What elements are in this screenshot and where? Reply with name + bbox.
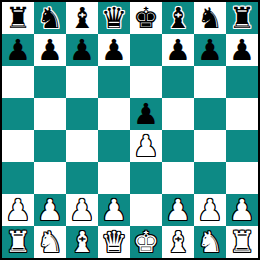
square-g3[interactable] xyxy=(194,162,226,194)
square-b1[interactable]: ♞ xyxy=(34,226,66,258)
square-f1[interactable]: ♝ xyxy=(162,226,194,258)
square-c7[interactable]: ♟ xyxy=(66,34,98,66)
square-d4[interactable] xyxy=(98,130,130,162)
square-h7[interactable]: ♟ xyxy=(226,34,258,66)
square-g2[interactable]: ♟ xyxy=(194,194,226,226)
square-b6[interactable] xyxy=(34,66,66,98)
square-c4[interactable] xyxy=(66,130,98,162)
square-b7[interactable]: ♟ xyxy=(34,34,66,66)
square-c2[interactable]: ♟ xyxy=(66,194,98,226)
square-b4[interactable] xyxy=(34,130,66,162)
square-h2[interactable]: ♟ xyxy=(226,194,258,226)
square-d7[interactable]: ♟ xyxy=(98,34,130,66)
square-g1[interactable]: ♞ xyxy=(194,226,226,258)
square-d2[interactable]: ♟ xyxy=(98,194,130,226)
black-knight: ♞ xyxy=(37,2,63,34)
black-pawn: ♟ xyxy=(197,34,223,66)
square-e7[interactable] xyxy=(130,34,162,66)
black-pawn: ♟ xyxy=(229,34,255,66)
white-rook: ♜ xyxy=(229,226,255,258)
square-g7[interactable]: ♟ xyxy=(194,34,226,66)
square-h1[interactable]: ♜ xyxy=(226,226,258,258)
white-knight: ♞ xyxy=(197,226,223,258)
square-h3[interactable] xyxy=(226,162,258,194)
white-pawn: ♟ xyxy=(101,194,127,226)
square-c1[interactable]: ♝ xyxy=(66,226,98,258)
square-f4[interactable] xyxy=(162,130,194,162)
black-knight: ♞ xyxy=(197,2,223,34)
square-h8[interactable]: ♜ xyxy=(226,2,258,34)
black-pawn: ♟ xyxy=(101,34,127,66)
square-a5[interactable] xyxy=(2,98,34,130)
square-f6[interactable] xyxy=(162,66,194,98)
square-e8[interactable]: ♚ xyxy=(130,2,162,34)
square-f5[interactable] xyxy=(162,98,194,130)
square-c6[interactable] xyxy=(66,66,98,98)
square-b2[interactable]: ♟ xyxy=(34,194,66,226)
black-pawn: ♟ xyxy=(37,34,63,66)
white-pawn: ♟ xyxy=(165,194,191,226)
square-b5[interactable] xyxy=(34,98,66,130)
black-bishop: ♝ xyxy=(165,2,191,34)
square-e4[interactable]: ♟ xyxy=(130,130,162,162)
white-bishop: ♝ xyxy=(165,226,191,258)
square-e2[interactable] xyxy=(130,194,162,226)
square-d5[interactable] xyxy=(98,98,130,130)
square-e5[interactable]: ♟ xyxy=(130,98,162,130)
square-g4[interactable] xyxy=(194,130,226,162)
white-pawn: ♟ xyxy=(197,194,223,226)
square-f3[interactable] xyxy=(162,162,194,194)
white-rook: ♜ xyxy=(5,226,31,258)
square-d8[interactable]: ♛ xyxy=(98,2,130,34)
square-a8[interactable]: ♜ xyxy=(2,2,34,34)
square-f8[interactable]: ♝ xyxy=(162,2,194,34)
white-queen: ♛ xyxy=(101,226,127,258)
square-e3[interactable] xyxy=(130,162,162,194)
black-pawn: ♟ xyxy=(69,34,95,66)
square-f2[interactable]: ♟ xyxy=(162,194,194,226)
black-bishop: ♝ xyxy=(69,2,95,34)
square-g5[interactable] xyxy=(194,98,226,130)
square-d1[interactable]: ♛ xyxy=(98,226,130,258)
black-king: ♚ xyxy=(133,2,159,34)
square-e1[interactable]: ♚ xyxy=(130,226,162,258)
square-a1[interactable]: ♜ xyxy=(2,226,34,258)
square-a6[interactable] xyxy=(2,66,34,98)
black-rook: ♜ xyxy=(5,2,31,34)
square-c3[interactable] xyxy=(66,162,98,194)
square-a3[interactable] xyxy=(2,162,34,194)
chess-board: ♜♞♝♛♚♝♞♜♟♟♟♟♟♟♟♟♟♟♟♟♟♟♟♟♜♞♝♛♚♝♞♜ xyxy=(0,0,260,260)
square-c8[interactable]: ♝ xyxy=(66,2,98,34)
black-queen: ♛ xyxy=(101,2,127,34)
square-h5[interactable] xyxy=(226,98,258,130)
square-g6[interactable] xyxy=(194,66,226,98)
white-bishop: ♝ xyxy=(69,226,95,258)
square-h6[interactable] xyxy=(226,66,258,98)
square-h4[interactable] xyxy=(226,130,258,162)
square-d6[interactable] xyxy=(98,66,130,98)
black-pawn: ♟ xyxy=(133,98,159,130)
square-b3[interactable] xyxy=(34,162,66,194)
white-pawn: ♟ xyxy=(69,194,95,226)
square-g8[interactable]: ♞ xyxy=(194,2,226,34)
black-pawn: ♟ xyxy=(5,34,31,66)
white-knight: ♞ xyxy=(37,226,63,258)
white-pawn: ♟ xyxy=(37,194,63,226)
square-a4[interactable] xyxy=(2,130,34,162)
white-pawn: ♟ xyxy=(133,130,159,162)
square-f7[interactable]: ♟ xyxy=(162,34,194,66)
square-a7[interactable]: ♟ xyxy=(2,34,34,66)
square-a2[interactable]: ♟ xyxy=(2,194,34,226)
white-king: ♚ xyxy=(133,226,159,258)
black-rook: ♜ xyxy=(229,2,255,34)
white-pawn: ♟ xyxy=(5,194,31,226)
black-pawn: ♟ xyxy=(165,34,191,66)
square-b8[interactable]: ♞ xyxy=(34,2,66,34)
square-d3[interactable] xyxy=(98,162,130,194)
square-c5[interactable] xyxy=(66,98,98,130)
white-pawn: ♟ xyxy=(229,194,255,226)
square-e6[interactable] xyxy=(130,66,162,98)
